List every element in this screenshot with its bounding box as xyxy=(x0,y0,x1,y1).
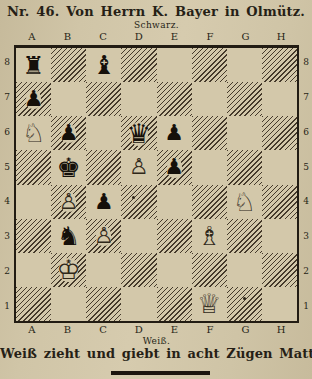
black-knight: ♞ xyxy=(57,223,80,249)
square-f7 xyxy=(192,82,227,116)
square-c3: ♙ xyxy=(86,219,121,253)
square-e2 xyxy=(157,253,192,287)
square-e4 xyxy=(157,185,192,219)
square-a8: ♜ xyxy=(16,48,51,82)
square-a1 xyxy=(16,287,51,321)
square-h2 xyxy=(262,253,297,287)
square-e8 xyxy=(157,48,192,82)
rank-label-2: 2 xyxy=(1,254,13,289)
square-c5 xyxy=(86,150,121,184)
black-pawn: ♟ xyxy=(24,88,44,110)
square-f8 xyxy=(192,48,227,82)
square-f1: ♕ xyxy=(192,287,227,321)
square-e1 xyxy=(157,287,192,321)
white-queen: ♕ xyxy=(197,290,221,317)
square-h3 xyxy=(262,219,297,253)
square-g5 xyxy=(227,150,262,184)
print-speck xyxy=(243,297,246,300)
file-label-e: E xyxy=(157,30,193,43)
rank-label-7: 7 xyxy=(1,80,13,115)
square-d8 xyxy=(121,48,156,82)
file-label-a: A xyxy=(14,323,50,336)
file-label-g: G xyxy=(228,323,264,336)
rank-label-2: 2 xyxy=(300,254,312,289)
square-d6: ♛ xyxy=(121,116,156,150)
square-b6: ♟ xyxy=(51,116,86,150)
rank-label-4: 4 xyxy=(300,184,312,219)
black-king: ♚ xyxy=(57,154,81,181)
file-label-f: F xyxy=(192,323,228,336)
square-a5 xyxy=(16,150,51,184)
square-b2: ♔ xyxy=(51,253,86,287)
square-g8 xyxy=(227,48,262,82)
square-e3 xyxy=(157,219,192,253)
square-f2 xyxy=(192,253,227,287)
rank-labels-right: 87654321 xyxy=(300,45,312,323)
square-h6 xyxy=(262,116,297,150)
file-label-b: B xyxy=(50,323,86,336)
square-d2 xyxy=(121,253,156,287)
square-h8 xyxy=(262,48,297,82)
chess-board: ♜♝♟♘♟♛♟♚♙♟♙♟♘♞♙♗♔♕ xyxy=(14,45,299,323)
rank-label-3: 3 xyxy=(300,219,312,254)
square-g6 xyxy=(227,116,262,150)
square-b1 xyxy=(51,287,86,321)
black-pawn: ♟ xyxy=(164,156,184,178)
white-bishop: ♗ xyxy=(198,223,221,249)
square-f4 xyxy=(192,185,227,219)
file-label-a: A xyxy=(14,30,50,43)
rank-label-7: 7 xyxy=(300,80,312,115)
square-g4: ♘ xyxy=(227,185,262,219)
square-c1 xyxy=(86,287,121,321)
square-c8: ♝ xyxy=(86,48,121,82)
magazine-page: Nr. 46. Von Herrn K. Bayer in Olmütz. Sc… xyxy=(0,0,312,379)
white-knight: ♘ xyxy=(233,189,256,215)
square-a2 xyxy=(16,253,51,287)
black-pawn: ♟ xyxy=(164,122,184,144)
stipulation-text: Weiß zieht und giebt in acht Zügen Matt. xyxy=(0,346,312,361)
problem-title: Nr. 46. Von Herrn K. Bayer in Olmütz. xyxy=(0,4,312,19)
rank-label-8: 8 xyxy=(300,45,312,80)
rank-label-8: 8 xyxy=(1,45,13,80)
square-b7 xyxy=(51,82,86,116)
black-queen: ♛ xyxy=(127,120,151,147)
rank-label-1: 1 xyxy=(1,288,13,323)
square-a4 xyxy=(16,185,51,219)
file-label-h: H xyxy=(263,323,299,336)
file-label-f: F xyxy=(192,30,228,43)
square-b4: ♙ xyxy=(51,185,86,219)
black-pawn: ♟ xyxy=(94,191,114,213)
square-e5: ♟ xyxy=(157,150,192,184)
square-f6 xyxy=(192,116,227,150)
square-h5 xyxy=(262,150,297,184)
rank-label-6: 6 xyxy=(1,115,13,150)
square-e6: ♟ xyxy=(157,116,192,150)
rank-label-6: 6 xyxy=(300,115,312,150)
square-f3: ♗ xyxy=(192,219,227,253)
file-label-c: C xyxy=(85,323,121,336)
square-b5: ♚ xyxy=(51,150,86,184)
square-d5: ♙ xyxy=(121,150,156,184)
file-label-h: H xyxy=(263,30,299,43)
square-b8 xyxy=(51,48,86,82)
white-knight: ♘ xyxy=(22,120,45,146)
rank-label-5: 5 xyxy=(300,149,312,184)
square-g7 xyxy=(227,82,262,116)
black-pawn: ♟ xyxy=(59,122,79,144)
square-e7 xyxy=(157,82,192,116)
white-pawn: ♙ xyxy=(129,156,149,178)
square-g1 xyxy=(227,287,262,321)
square-g2 xyxy=(227,253,262,287)
black-bishop: ♝ xyxy=(92,52,115,78)
white-pawn: ♙ xyxy=(59,191,79,213)
square-b3: ♞ xyxy=(51,219,86,253)
rank-label-4: 4 xyxy=(1,184,13,219)
file-label-e: E xyxy=(157,323,193,336)
square-c2 xyxy=(86,253,121,287)
section-divider-rule xyxy=(111,371,210,375)
print-speck xyxy=(132,196,135,199)
square-h1 xyxy=(262,287,297,321)
rank-label-5: 5 xyxy=(1,149,13,184)
white-king: ♔ xyxy=(57,256,81,283)
square-d7 xyxy=(121,82,156,116)
file-label-b: B xyxy=(50,30,86,43)
square-h4 xyxy=(262,185,297,219)
white-side-label: Weiß. xyxy=(14,336,299,346)
file-label-d: D xyxy=(121,323,157,336)
square-a7: ♟ xyxy=(16,82,51,116)
white-pawn: ♙ xyxy=(94,225,114,247)
square-c6 xyxy=(86,116,121,150)
rank-labels-left: 87654321 xyxy=(1,45,13,323)
square-d3 xyxy=(121,219,156,253)
file-label-c: C xyxy=(85,30,121,43)
square-d1 xyxy=(121,287,156,321)
rank-label-1: 1 xyxy=(300,288,312,323)
square-c7 xyxy=(86,82,121,116)
black-rook: ♜ xyxy=(22,53,44,78)
square-h7 xyxy=(262,82,297,116)
black-side-label: Schwarz. xyxy=(14,20,299,30)
file-labels-top: ABCDEFGH xyxy=(14,30,299,43)
square-a3 xyxy=(16,219,51,253)
rank-label-3: 3 xyxy=(1,219,13,254)
file-labels-bottom: ABCDEFGH xyxy=(14,323,299,336)
square-f5 xyxy=(192,150,227,184)
square-a6: ♘ xyxy=(16,116,51,150)
file-label-g: G xyxy=(228,30,264,43)
square-g3 xyxy=(227,219,262,253)
square-d4 xyxy=(121,185,156,219)
file-label-d: D xyxy=(121,30,157,43)
square-c4: ♟ xyxy=(86,185,121,219)
